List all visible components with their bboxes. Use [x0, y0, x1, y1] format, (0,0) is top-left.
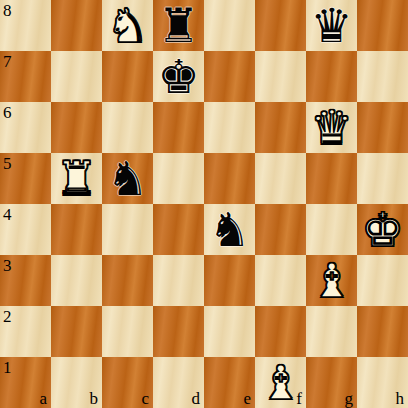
- square-a4[interactable]: [0, 204, 51, 255]
- square-e3[interactable]: [204, 255, 255, 306]
- square-e4[interactable]: ♞: [204, 204, 255, 255]
- square-g8[interactable]: ♛: [306, 0, 357, 51]
- square-e2[interactable]: [204, 306, 255, 357]
- black-king[interactable]: ♚: [153, 51, 204, 102]
- square-g1[interactable]: [306, 357, 357, 408]
- square-h1[interactable]: [357, 357, 408, 408]
- square-d7[interactable]: ♚: [153, 51, 204, 102]
- square-b3[interactable]: [51, 255, 102, 306]
- square-c2[interactable]: [102, 306, 153, 357]
- square-d4[interactable]: [153, 204, 204, 255]
- white-queen[interactable]: ♛: [306, 102, 357, 153]
- square-a6[interactable]: [0, 102, 51, 153]
- square-d1[interactable]: [153, 357, 204, 408]
- square-e6[interactable]: [204, 102, 255, 153]
- black-rook[interactable]: ♜: [153, 0, 204, 51]
- black-knight[interactable]: ♞: [102, 153, 153, 204]
- square-g2[interactable]: [306, 306, 357, 357]
- square-d8[interactable]: ♜: [153, 0, 204, 51]
- square-g5[interactable]: [306, 153, 357, 204]
- square-f4[interactable]: [255, 204, 306, 255]
- square-f6[interactable]: [255, 102, 306, 153]
- square-f8[interactable]: [255, 0, 306, 51]
- square-f3[interactable]: [255, 255, 306, 306]
- white-bishop[interactable]: ♝: [306, 255, 357, 306]
- square-a1[interactable]: [0, 357, 51, 408]
- white-rook[interactable]: ♜: [51, 153, 102, 204]
- square-c5[interactable]: ♞: [102, 153, 153, 204]
- square-d2[interactable]: [153, 306, 204, 357]
- square-e8[interactable]: [204, 0, 255, 51]
- square-a2[interactable]: [0, 306, 51, 357]
- white-knight[interactable]: ♞: [102, 0, 153, 51]
- square-a5[interactable]: [0, 153, 51, 204]
- white-bishop[interactable]: ♝: [255, 357, 306, 408]
- square-g7[interactable]: [306, 51, 357, 102]
- black-queen[interactable]: ♛: [306, 0, 357, 51]
- square-c4[interactable]: [102, 204, 153, 255]
- square-b5[interactable]: ♜: [51, 153, 102, 204]
- square-h3[interactable]: [357, 255, 408, 306]
- square-a7[interactable]: [0, 51, 51, 102]
- square-d5[interactable]: [153, 153, 204, 204]
- white-king[interactable]: ♚: [357, 204, 408, 255]
- square-h6[interactable]: [357, 102, 408, 153]
- square-b1[interactable]: [51, 357, 102, 408]
- square-a8[interactable]: [0, 0, 51, 51]
- square-h7[interactable]: [357, 51, 408, 102]
- square-f5[interactable]: [255, 153, 306, 204]
- square-a3[interactable]: [0, 255, 51, 306]
- square-b2[interactable]: [51, 306, 102, 357]
- square-b8[interactable]: [51, 0, 102, 51]
- square-c1[interactable]: [102, 357, 153, 408]
- square-h2[interactable]: [357, 306, 408, 357]
- square-c7[interactable]: [102, 51, 153, 102]
- square-e1[interactable]: [204, 357, 255, 408]
- square-d3[interactable]: [153, 255, 204, 306]
- square-b4[interactable]: [51, 204, 102, 255]
- square-d6[interactable]: [153, 102, 204, 153]
- square-f2[interactable]: [255, 306, 306, 357]
- square-b6[interactable]: [51, 102, 102, 153]
- square-h8[interactable]: [357, 0, 408, 51]
- square-h5[interactable]: [357, 153, 408, 204]
- chess-board: ♞♜♛♚♛♜♞♞♚♝♝87654321abcdefgh: [0, 0, 408, 408]
- square-c6[interactable]: [102, 102, 153, 153]
- square-g6[interactable]: ♛: [306, 102, 357, 153]
- square-g3[interactable]: ♝: [306, 255, 357, 306]
- square-e5[interactable]: [204, 153, 255, 204]
- square-c3[interactable]: [102, 255, 153, 306]
- square-f1[interactable]: ♝: [255, 357, 306, 408]
- square-f7[interactable]: [255, 51, 306, 102]
- square-g4[interactable]: [306, 204, 357, 255]
- square-c8[interactable]: ♞: [102, 0, 153, 51]
- black-knight[interactable]: ♞: [204, 204, 255, 255]
- square-e7[interactable]: [204, 51, 255, 102]
- square-h4[interactable]: ♚: [357, 204, 408, 255]
- square-b7[interactable]: [51, 51, 102, 102]
